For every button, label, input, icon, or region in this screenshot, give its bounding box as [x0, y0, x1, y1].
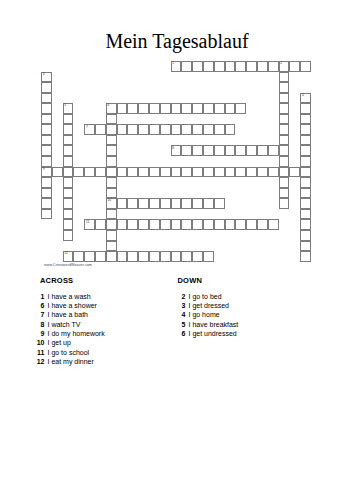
grid-cell[interactable]: 12 — [63, 251, 74, 262]
grid-cell[interactable] — [279, 93, 290, 104]
grid-cell[interactable] — [95, 124, 106, 135]
grid-cell[interactable] — [300, 241, 311, 252]
grid-cell[interactable] — [300, 177, 311, 188]
grid-cell[interactable] — [149, 124, 160, 135]
crossword-grid: 123456789101112 — [41, 61, 312, 263]
grid-cell[interactable] — [300, 167, 311, 178]
grid-cell[interactable]: 5 — [63, 103, 74, 114]
clue-number: 6 — [36, 301, 45, 310]
grid-cell[interactable] — [300, 114, 311, 125]
cell-clue-number: 7 — [86, 126, 88, 129]
grid-cell[interactable] — [300, 188, 311, 199]
grid-cell[interactable] — [300, 124, 311, 135]
grid-cell[interactable] — [268, 145, 279, 156]
grid-cell[interactable] — [160, 124, 171, 135]
clue-text: I go to bed — [189, 292, 222, 301]
grid-cell[interactable] — [127, 167, 138, 178]
grid-cell[interactable] — [181, 103, 192, 114]
grid-cell[interactable] — [84, 251, 95, 262]
grid-cell[interactable] — [300, 230, 311, 241]
grid-cell[interactable]: 3 — [41, 72, 52, 83]
clue-number: 7 — [36, 310, 45, 319]
grid-cell[interactable] — [181, 219, 192, 230]
clue-item: 9 I do my homework — [36, 329, 105, 338]
grid-cell[interactable] — [160, 251, 171, 262]
grid-cell[interactable] — [138, 198, 149, 209]
grid-cell[interactable] — [171, 124, 182, 135]
grid-cell[interactable] — [300, 251, 311, 262]
grid-cell[interactable] — [181, 167, 192, 178]
grid-cell[interactable] — [279, 177, 290, 188]
grid-cell[interactable] — [63, 114, 74, 125]
grid-cell[interactable] — [138, 167, 149, 178]
grid-cell[interactable] — [225, 219, 236, 230]
across-header: ACROSS — [40, 277, 73, 285]
grid-cell[interactable] — [106, 230, 117, 241]
grid-cell[interactable] — [41, 124, 52, 135]
grid-cell[interactable] — [214, 61, 225, 72]
crossword-worksheet: { "game": "crossword", "title": "Mein Ta… — [0, 0, 354, 500]
clue-text: I go to school — [48, 348, 90, 357]
grid-cell[interactable] — [117, 219, 128, 230]
clue-number: 12 — [36, 357, 45, 366]
clue-number: 11 — [36, 348, 45, 357]
grid-cell[interactable] — [106, 219, 117, 230]
grid-cell[interactable] — [235, 103, 246, 114]
cell-clue-number: 11 — [86, 221, 89, 224]
grid-cell[interactable] — [225, 124, 236, 135]
grid-cell[interactable] — [160, 219, 171, 230]
grid-cell[interactable] — [192, 219, 203, 230]
grid-cell[interactable] — [117, 124, 128, 135]
grid-cell[interactable] — [203, 61, 214, 72]
grid-cell[interactable] — [41, 93, 52, 104]
grid-cell[interactable] — [225, 167, 236, 178]
grid-cell[interactable] — [63, 188, 74, 199]
grid-cell[interactable] — [279, 124, 290, 135]
grid-cell[interactable] — [300, 156, 311, 167]
clue-text: I have breakfast — [189, 320, 239, 329]
grid-cell[interactable] — [106, 114, 117, 125]
puzzle-title: Mein Tagesablauf — [0, 31, 354, 51]
grid-cell[interactable] — [203, 145, 214, 156]
grid-cell[interactable] — [117, 167, 128, 178]
grid-cell[interactable] — [246, 61, 257, 72]
cell-clue-number: 12 — [64, 252, 68, 255]
grid-cell[interactable] — [73, 251, 84, 262]
grid-cell[interactable] — [106, 167, 117, 178]
grid-cell[interactable] — [41, 114, 52, 125]
grid-cell[interactable] — [41, 198, 52, 209]
grid-cell[interactable] — [279, 103, 290, 114]
grid-cell[interactable] — [279, 72, 290, 83]
grid-cell[interactable] — [95, 219, 106, 230]
down-header: DOWN — [178, 277, 203, 285]
grid-cell[interactable] — [279, 114, 290, 125]
grid-cell[interactable] — [41, 135, 52, 146]
grid-cell[interactable] — [63, 124, 74, 135]
grid-cell[interactable] — [106, 251, 117, 262]
grid-cell[interactable] — [84, 167, 95, 178]
cell-clue-number: 2 — [280, 62, 282, 65]
grid-cell[interactable] — [203, 219, 214, 230]
clue-number: 10 — [36, 338, 45, 347]
grid-cell[interactable] — [289, 167, 300, 178]
grid-cell[interactable] — [149, 167, 160, 178]
grid-cell[interactable]: 1 — [171, 61, 182, 72]
grid-cell[interactable] — [300, 198, 311, 209]
grid-cell[interactable] — [127, 124, 138, 135]
grid-cell[interactable] — [160, 167, 171, 178]
grid-cell[interactable] — [106, 188, 117, 199]
grid-cell[interactable] — [149, 251, 160, 262]
across-clue-list: 1 I have a wash 6 I have a shower 7 I ha… — [36, 292, 105, 367]
grid-cell[interactable] — [106, 241, 117, 252]
grid-cell[interactable] — [214, 198, 225, 209]
clue-number: 1 — [36, 292, 45, 301]
grid-cell[interactable] — [149, 198, 160, 209]
clue-number: 3 — [177, 301, 186, 310]
grid-cell[interactable] — [171, 198, 182, 209]
grid-cell[interactable] — [138, 103, 149, 114]
grid-cell[interactable] — [106, 209, 117, 220]
grid-cell[interactable] — [279, 188, 290, 199]
grid-cell[interactable] — [41, 145, 52, 156]
clue-number: 2 — [177, 292, 186, 301]
grid-cell[interactable] — [279, 145, 290, 156]
grid-cell[interactable] — [63, 145, 74, 156]
grid-cell[interactable] — [246, 167, 257, 178]
cell-clue-number: 3 — [43, 73, 45, 76]
grid-cell[interactable]: 7 — [84, 124, 95, 135]
clue-item: 11 I go to school — [36, 348, 105, 357]
grid-cell[interactable] — [235, 167, 246, 178]
grid-cell[interactable] — [300, 135, 311, 146]
clue-item: 7 I have a bath — [36, 310, 105, 319]
grid-cell[interactable] — [127, 103, 138, 114]
grid-cell[interactable] — [160, 198, 171, 209]
clue-item: 6 I get undressed — [177, 329, 238, 338]
grid-cell[interactable] — [171, 167, 182, 178]
grid-cell[interactable] — [225, 61, 236, 72]
grid-cell[interactable] — [257, 167, 268, 178]
grid-cell[interactable]: 10 — [106, 198, 117, 209]
grid-cell[interactable] — [257, 145, 268, 156]
grid-cell[interactable] — [192, 251, 203, 262]
grid-cell[interactable] — [63, 219, 74, 230]
grid-cell[interactable] — [95, 167, 106, 178]
grid-cell[interactable] — [63, 167, 74, 178]
grid-cell[interactable] — [73, 167, 84, 178]
grid-cell[interactable] — [192, 103, 203, 114]
grid-cell[interactable] — [181, 124, 192, 135]
grid-cell[interactable] — [41, 82, 52, 93]
grid-cell[interactable] — [214, 145, 225, 156]
grid-cell[interactable] — [203, 167, 214, 178]
grid-cell[interactable] — [192, 198, 203, 209]
grid-cell[interactable] — [300, 61, 311, 72]
grid-cell[interactable] — [203, 124, 214, 135]
grid-cell[interactable] — [235, 61, 246, 72]
grid-cell[interactable] — [192, 167, 203, 178]
grid-cell[interactable] — [127, 219, 138, 230]
grid-cell[interactable] — [214, 219, 225, 230]
grid-cell[interactable] — [268, 61, 279, 72]
clue-item: 1 I have a wash — [36, 292, 105, 301]
clue-number: 6 — [177, 329, 186, 338]
grid-cell[interactable] — [117, 103, 128, 114]
grid-cell[interactable] — [192, 61, 203, 72]
grid-cell[interactable] — [181, 61, 192, 72]
grid-cell[interactable] — [246, 219, 257, 230]
grid-cell[interactable] — [257, 219, 268, 230]
grid-cell[interactable] — [106, 135, 117, 146]
clue-text: I go home — [189, 310, 220, 319]
clue-text: I get dressed — [189, 301, 229, 310]
grid-cell[interactable] — [127, 198, 138, 209]
grid-cell[interactable] — [138, 251, 149, 262]
grid-cell[interactable] — [279, 135, 290, 146]
site-credit: www.CrosswordWeaver.com — [44, 263, 92, 267]
grid-cell[interactable] — [203, 198, 214, 209]
clue-item: 2 I go to bed — [177, 292, 238, 301]
grid-cell[interactable] — [63, 209, 74, 220]
cell-clue-number: 6 — [107, 104, 109, 107]
grid-cell[interactable] — [41, 103, 52, 114]
grid-cell[interactable] — [225, 103, 236, 114]
clue-text: I get undressed — [189, 329, 237, 338]
grid-cell[interactable] — [41, 209, 52, 220]
grid-cell[interactable] — [63, 177, 74, 188]
clue-item: 4 I go home — [177, 310, 238, 319]
clue-item: 3 I get dressed — [177, 301, 238, 310]
grid-cell[interactable] — [41, 177, 52, 188]
grid-cell[interactable] — [235, 145, 246, 156]
grid-cell[interactable] — [41, 188, 52, 199]
grid-cell[interactable] — [63, 198, 74, 209]
grid-cell[interactable] — [268, 167, 279, 178]
grid-cell[interactable] — [279, 198, 290, 209]
grid-cell[interactable] — [214, 167, 225, 178]
clue-text: I have a bath — [48, 310, 88, 319]
grid-cell[interactable] — [235, 219, 246, 230]
grid-cell[interactable] — [225, 145, 236, 156]
grid-cell[interactable]: 6 — [106, 103, 117, 114]
grid-cell[interactable] — [117, 251, 128, 262]
grid-cell[interactable] — [300, 209, 311, 220]
grid-cell[interactable] — [289, 61, 300, 72]
clue-item: 5 I have breakfast — [177, 320, 238, 329]
grid-cell[interactable] — [268, 219, 279, 230]
cell-clue-number: 1 — [172, 62, 174, 65]
grid-cell[interactable] — [181, 251, 192, 262]
grid-cell[interactable]: 9 — [41, 167, 52, 178]
clue-number: 4 — [177, 310, 186, 319]
grid-cell[interactable] — [279, 82, 290, 93]
grid-cell[interactable]: 11 — [84, 219, 95, 230]
grid-cell[interactable] — [127, 251, 138, 262]
clue-number: 8 — [36, 320, 45, 329]
grid-cell[interactable] — [203, 251, 214, 262]
grid-cell[interactable] — [63, 135, 74, 146]
grid-cell[interactable] — [192, 124, 203, 135]
clue-text: I watch TV — [48, 320, 81, 329]
grid-cell[interactable] — [106, 124, 117, 135]
clue-number: 5 — [177, 320, 186, 329]
grid-cell[interactable] — [171, 251, 182, 262]
grid-cell[interactable] — [106, 156, 117, 167]
grid-cell[interactable] — [246, 145, 257, 156]
grid-cell[interactable] — [106, 145, 117, 156]
grid-cell[interactable] — [203, 103, 214, 114]
clue-item: 12 I eat my dinner — [36, 357, 105, 366]
clue-item: 8 I watch TV — [36, 320, 105, 329]
grid-cell[interactable] — [257, 61, 268, 72]
down-clue-list: 2 I go to bed 3 I get dressed 4 I go hom… — [177, 292, 238, 339]
grid-cell[interactable] — [63, 230, 74, 241]
cell-clue-number: 5 — [64, 104, 66, 107]
grid-cell[interactable] — [52, 167, 63, 178]
grid-cell[interactable]: 8 — [171, 145, 182, 156]
grid-cell[interactable] — [171, 219, 182, 230]
grid-cell[interactable] — [279, 167, 290, 178]
clue-text: I have a shower — [48, 301, 97, 310]
grid-cell[interactable] — [300, 145, 311, 156]
clue-text: I do my homework — [48, 329, 105, 338]
grid-cell[interactable] — [214, 103, 225, 114]
grid-cell[interactable] — [171, 103, 182, 114]
clue-item: 6 I have a shower — [36, 301, 105, 310]
grid-cell[interactable] — [63, 156, 74, 167]
cell-clue-number: 4 — [302, 94, 304, 97]
clue-item: 10 I get up — [36, 338, 105, 347]
cell-clue-number: 8 — [172, 147, 174, 150]
grid-cell[interactable] — [192, 145, 203, 156]
grid-cell[interactable] — [149, 103, 160, 114]
clue-text: I get up — [48, 338, 71, 347]
clue-text: I have a wash — [48, 292, 91, 301]
grid-cell[interactable] — [106, 177, 117, 188]
grid-cell[interactable] — [41, 156, 52, 167]
grid-cell[interactable]: 4 — [300, 93, 311, 104]
grid-cell[interactable] — [149, 219, 160, 230]
grid-cell[interactable] — [181, 198, 192, 209]
grid-cell[interactable] — [300, 103, 311, 114]
cell-clue-number: 9 — [43, 168, 45, 171]
grid-cell[interactable] — [214, 124, 225, 135]
grid-cell[interactable] — [279, 156, 290, 167]
cell-clue-number: 10 — [107, 199, 111, 202]
grid-cell[interactable] — [95, 251, 106, 262]
grid-cell[interactable] — [138, 219, 149, 230]
clue-text: I eat my dinner — [48, 357, 94, 366]
grid-cell[interactable] — [160, 103, 171, 114]
grid-cell[interactable] — [117, 198, 128, 209]
grid-cell[interactable]: 2 — [279, 61, 290, 72]
grid-cell[interactable] — [300, 219, 311, 230]
grid-cell[interactable] — [181, 145, 192, 156]
grid-cell[interactable] — [138, 124, 149, 135]
clue-number: 9 — [36, 329, 45, 338]
